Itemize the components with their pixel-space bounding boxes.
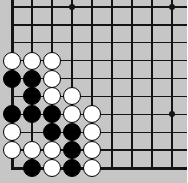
white-stone[interactable] <box>63 105 81 123</box>
go-diagram <box>0 0 187 183</box>
black-stone[interactable] <box>63 141 81 159</box>
white-stone[interactable] <box>83 141 101 159</box>
black-stone[interactable] <box>23 159 41 177</box>
go-board <box>0 0 187 183</box>
star-point <box>169 111 175 117</box>
white-stone[interactable] <box>43 87 61 105</box>
white-stone[interactable] <box>3 141 21 159</box>
black-stone[interactable] <box>23 105 41 123</box>
star-point <box>169 4 175 10</box>
grid-horizontal-line <box>11 24 188 25</box>
white-stone[interactable] <box>63 87 81 105</box>
black-stone[interactable] <box>43 123 61 141</box>
white-stone[interactable] <box>3 52 21 70</box>
black-stone[interactable] <box>63 159 81 177</box>
black-stone[interactable] <box>23 87 41 105</box>
black-stone[interactable] <box>3 70 21 88</box>
black-stone[interactable] <box>23 70 41 88</box>
grid-horizontal-line <box>11 6 188 7</box>
grid-horizontal-line <box>11 42 188 43</box>
black-stone[interactable] <box>43 105 61 123</box>
star-point <box>69 4 75 10</box>
white-stone[interactable] <box>23 52 41 70</box>
black-stone[interactable] <box>3 105 21 123</box>
white-stone[interactable] <box>83 159 101 177</box>
black-stone[interactable] <box>63 123 81 141</box>
white-stone[interactable] <box>43 52 61 70</box>
white-stone[interactable] <box>43 70 61 88</box>
white-stone[interactable] <box>23 141 41 159</box>
white-stone[interactable] <box>83 105 101 123</box>
white-stone[interactable] <box>43 159 61 177</box>
white-stone[interactable] <box>3 123 21 141</box>
white-stone[interactable] <box>43 141 61 159</box>
white-stone[interactable] <box>83 123 101 141</box>
